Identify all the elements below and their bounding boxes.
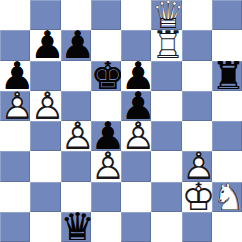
white-pawn-glyph: ♟ bbox=[30, 91, 60, 121]
square-e2[interactable] bbox=[121, 182, 151, 212]
square-c5[interactable] bbox=[61, 91, 91, 121]
square-f8[interactable]: ♛♕ bbox=[151, 0, 181, 30]
white-knight-glyph: ♞ bbox=[212, 182, 242, 212]
square-h3[interactable] bbox=[212, 151, 242, 181]
black-queen[interactable]: ♛♕ bbox=[61, 212, 91, 242]
square-a7[interactable] bbox=[0, 30, 30, 60]
black-pawn-glyph: ♟ bbox=[0, 61, 30, 91]
black-pawn-glyph: ♟ bbox=[61, 30, 91, 60]
square-e1[interactable] bbox=[121, 212, 151, 242]
square-g3[interactable]: ♟♙ bbox=[182, 151, 212, 181]
square-f1[interactable] bbox=[151, 212, 181, 242]
white-pawn[interactable]: ♟♙ bbox=[61, 121, 91, 151]
black-pawn-outline: ♙ bbox=[91, 121, 121, 151]
chess-board: ♛♕♟♙♟♙♜♖♟♙♚♔♟♙♜♖♟♙♟♙♟♙♟♙♟♙♟♙♟♙♟♙♚♔♞♘♛♕ bbox=[0, 0, 242, 242]
square-a4[interactable] bbox=[0, 121, 30, 151]
white-pawn-outline: ♙ bbox=[121, 121, 151, 151]
black-pawn[interactable]: ♟♙ bbox=[0, 61, 30, 91]
white-pawn[interactable]: ♟♙ bbox=[121, 121, 151, 151]
square-g5[interactable] bbox=[182, 91, 212, 121]
square-h6[interactable]: ♜♖ bbox=[212, 61, 242, 91]
square-e8[interactable] bbox=[121, 0, 151, 30]
white-knight[interactable]: ♞♘ bbox=[212, 182, 242, 212]
square-b4[interactable] bbox=[30, 121, 60, 151]
square-h1[interactable] bbox=[212, 212, 242, 242]
black-king[interactable]: ♚♔ bbox=[91, 61, 121, 91]
square-e3[interactable] bbox=[121, 151, 151, 181]
white-pawn[interactable]: ♟♙ bbox=[30, 91, 60, 121]
square-c4[interactable]: ♟♙ bbox=[61, 121, 91, 151]
black-queen-outline: ♕ bbox=[61, 212, 91, 242]
square-a3[interactable] bbox=[0, 151, 30, 181]
white-pawn-glyph: ♟ bbox=[182, 151, 212, 181]
white-rook-outline: ♖ bbox=[151, 30, 181, 60]
square-a8[interactable] bbox=[0, 0, 30, 30]
black-king-outline: ♔ bbox=[91, 61, 121, 91]
square-d5[interactable] bbox=[91, 91, 121, 121]
square-c8[interactable] bbox=[61, 0, 91, 30]
white-pawn-outline: ♙ bbox=[0, 91, 30, 121]
white-pawn-outline: ♙ bbox=[91, 151, 121, 181]
square-d4[interactable]: ♟♙ bbox=[91, 121, 121, 151]
square-g6[interactable] bbox=[182, 61, 212, 91]
square-b8[interactable] bbox=[30, 0, 60, 30]
black-pawn-glyph: ♟ bbox=[121, 91, 151, 121]
square-b6[interactable] bbox=[30, 61, 60, 91]
square-h8[interactable] bbox=[212, 0, 242, 30]
black-pawn-outline: ♙ bbox=[61, 30, 91, 60]
square-g4[interactable] bbox=[182, 121, 212, 151]
square-g8[interactable] bbox=[182, 0, 212, 30]
white-pawn[interactable]: ♟♙ bbox=[91, 151, 121, 181]
white-pawn-glyph: ♟ bbox=[121, 121, 151, 151]
white-queen[interactable]: ♛♕ bbox=[151, 0, 181, 30]
square-b3[interactable] bbox=[30, 151, 60, 181]
square-g2[interactable]: ♚♔ bbox=[182, 182, 212, 212]
white-pawn-glyph: ♟ bbox=[0, 91, 30, 121]
square-c6[interactable] bbox=[61, 61, 91, 91]
black-pawn[interactable]: ♟♙ bbox=[30, 30, 60, 60]
square-f6[interactable] bbox=[151, 61, 181, 91]
white-king[interactable]: ♚♔ bbox=[182, 182, 212, 212]
black-pawn[interactable]: ♟♙ bbox=[121, 91, 151, 121]
white-knight-outline: ♘ bbox=[212, 182, 242, 212]
black-king-glyph: ♚ bbox=[91, 61, 121, 91]
square-a6[interactable]: ♟♙ bbox=[0, 61, 30, 91]
square-c1[interactable]: ♛♕ bbox=[61, 212, 91, 242]
black-pawn-outline: ♙ bbox=[30, 30, 60, 60]
white-pawn-outline: ♙ bbox=[30, 91, 60, 121]
white-rook[interactable]: ♜♖ bbox=[151, 30, 181, 60]
square-b5[interactable]: ♟♙ bbox=[30, 91, 60, 121]
square-g7[interactable] bbox=[182, 30, 212, 60]
black-pawn-outline: ♙ bbox=[121, 61, 151, 91]
black-pawn-glyph: ♟ bbox=[30, 30, 60, 60]
white-pawn[interactable]: ♟♙ bbox=[0, 91, 30, 121]
square-c2[interactable] bbox=[61, 182, 91, 212]
square-a2[interactable] bbox=[0, 182, 30, 212]
white-king-outline: ♔ bbox=[182, 182, 212, 212]
white-pawn[interactable]: ♟♙ bbox=[182, 151, 212, 181]
white-rook-glyph: ♜ bbox=[151, 30, 181, 60]
square-d6[interactable]: ♚♔ bbox=[91, 61, 121, 91]
square-g1[interactable] bbox=[182, 212, 212, 242]
square-a5[interactable]: ♟♙ bbox=[0, 91, 30, 121]
black-pawn-glyph: ♟ bbox=[91, 121, 121, 151]
black-rook[interactable]: ♜♖ bbox=[212, 61, 242, 91]
white-queen-glyph: ♛ bbox=[151, 0, 181, 30]
square-d7[interactable] bbox=[91, 30, 121, 60]
white-pawn-outline: ♙ bbox=[61, 121, 91, 151]
white-king-glyph: ♚ bbox=[182, 182, 212, 212]
square-e7[interactable] bbox=[121, 30, 151, 60]
square-f5[interactable] bbox=[151, 91, 181, 121]
white-pawn-outline: ♙ bbox=[182, 151, 212, 181]
black-pawn-glyph: ♟ bbox=[121, 61, 151, 91]
square-e4[interactable]: ♟♙ bbox=[121, 121, 151, 151]
black-pawn[interactable]: ♟♙ bbox=[61, 30, 91, 60]
square-f4[interactable] bbox=[151, 121, 181, 151]
square-d2[interactable] bbox=[91, 182, 121, 212]
white-queen-outline: ♕ bbox=[151, 0, 181, 30]
square-f7[interactable]: ♜♖ bbox=[151, 30, 181, 60]
square-h5[interactable] bbox=[212, 91, 242, 121]
square-d8[interactable] bbox=[91, 0, 121, 30]
square-f3[interactable] bbox=[151, 151, 181, 181]
white-pawn-glyph: ♟ bbox=[91, 151, 121, 181]
black-pawn[interactable]: ♟♙ bbox=[121, 61, 151, 91]
square-d1[interactable] bbox=[91, 212, 121, 242]
black-pawn-outline: ♙ bbox=[0, 61, 30, 91]
black-queen-glyph: ♛ bbox=[61, 212, 91, 242]
square-b1[interactable] bbox=[30, 212, 60, 242]
square-c3[interactable] bbox=[61, 151, 91, 181]
square-h7[interactable] bbox=[212, 30, 242, 60]
square-b7[interactable]: ♟♙ bbox=[30, 30, 60, 60]
square-e6[interactable]: ♟♙ bbox=[121, 61, 151, 91]
square-c7[interactable]: ♟♙ bbox=[61, 30, 91, 60]
black-rook-glyph: ♜ bbox=[212, 61, 242, 91]
square-e5[interactable]: ♟♙ bbox=[121, 91, 151, 121]
square-a1[interactable] bbox=[0, 212, 30, 242]
black-pawn-outline: ♙ bbox=[121, 91, 151, 121]
black-rook-outline: ♖ bbox=[212, 61, 242, 91]
square-f2[interactable] bbox=[151, 182, 181, 212]
black-pawn[interactable]: ♟♙ bbox=[91, 121, 121, 151]
white-pawn-glyph: ♟ bbox=[61, 121, 91, 151]
square-h2[interactable]: ♞♘ bbox=[212, 182, 242, 212]
square-h4[interactable] bbox=[212, 121, 242, 151]
square-d3[interactable]: ♟♙ bbox=[91, 151, 121, 181]
square-b2[interactable] bbox=[30, 182, 60, 212]
